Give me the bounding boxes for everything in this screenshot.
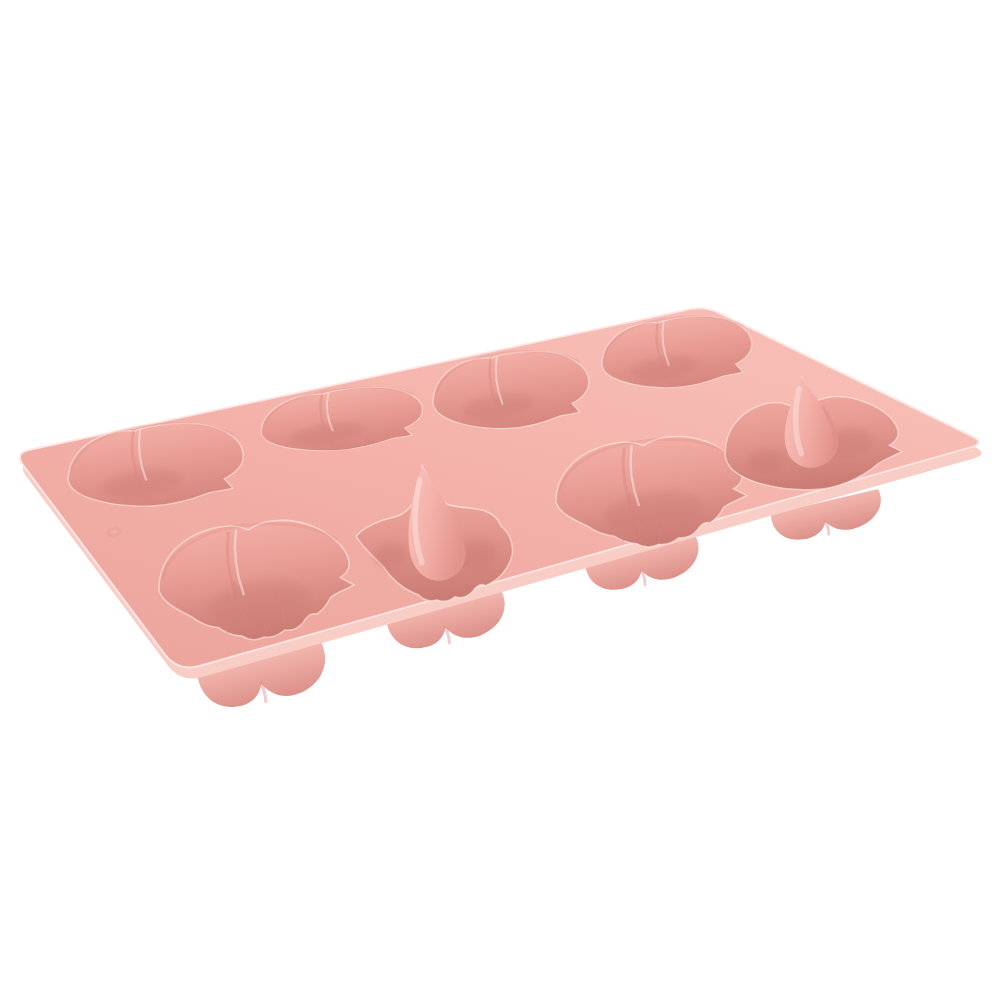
mold-tray (20, 307, 982, 678)
product-photo (0, 0, 1000, 1000)
